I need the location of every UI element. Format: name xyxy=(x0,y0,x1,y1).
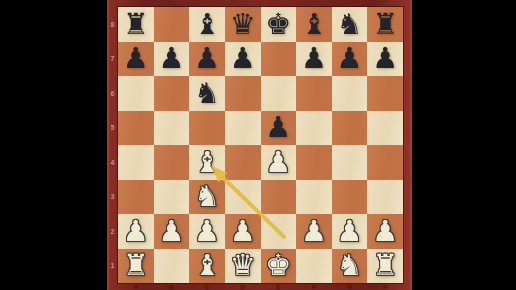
square-a2[interactable]: ♟ xyxy=(118,214,154,249)
black-pawn[interactable]: ♟ xyxy=(123,44,149,73)
square-d1[interactable]: ♛ xyxy=(225,249,261,284)
black-knight[interactable]: ♞ xyxy=(337,10,363,39)
square-d3[interactable] xyxy=(225,180,261,215)
square-a6[interactable] xyxy=(118,76,154,111)
square-d8[interactable]: ♛ xyxy=(225,7,261,42)
square-a1[interactable]: ♜ xyxy=(118,249,154,284)
square-h6[interactable] xyxy=(367,76,403,111)
file-label-e: E xyxy=(261,283,297,290)
file-label-g: G xyxy=(332,283,368,290)
white-bishop[interactable]: ♝ xyxy=(194,251,220,280)
square-e3[interactable] xyxy=(261,180,297,215)
square-a4[interactable] xyxy=(118,145,154,180)
square-f4[interactable] xyxy=(296,145,332,180)
rank-label-2: 2 xyxy=(107,214,118,249)
square-g8[interactable]: ♞ xyxy=(332,7,368,42)
white-pawn[interactable]: ♟ xyxy=(265,148,291,177)
square-f1[interactable] xyxy=(296,249,332,284)
black-pawn[interactable]: ♟ xyxy=(230,44,256,73)
white-bishop[interactable]: ♝ xyxy=(194,148,220,177)
square-c4[interactable]: ♝ xyxy=(189,145,225,180)
square-e1[interactable]: ♚ xyxy=(261,249,297,284)
square-g1[interactable]: ♞ xyxy=(332,249,368,284)
square-h5[interactable] xyxy=(367,111,403,146)
file-label-a: A xyxy=(118,283,154,290)
square-g3[interactable] xyxy=(332,180,368,215)
file-label-h: H xyxy=(367,283,403,290)
letterboxed-stage: 87654321 ABCDEFGH ♜♝♛♚♝♞♜♟♟♟♟♟♟♟♞♟♝♟♞♟♟♟… xyxy=(0,0,516,290)
white-knight[interactable]: ♞ xyxy=(194,182,220,211)
square-a7[interactable]: ♟ xyxy=(118,42,154,77)
rank-labels: 87654321 xyxy=(107,7,118,283)
square-c1[interactable]: ♝ xyxy=(189,249,225,284)
square-g7[interactable]: ♟ xyxy=(332,42,368,77)
square-e8[interactable]: ♚ xyxy=(261,7,297,42)
rank-label-8: 8 xyxy=(107,7,118,42)
black-pawn[interactable]: ♟ xyxy=(337,44,363,73)
square-e7[interactable] xyxy=(261,42,297,77)
square-f6[interactable] xyxy=(296,76,332,111)
black-pawn[interactable]: ♟ xyxy=(301,44,327,73)
square-c7[interactable]: ♟ xyxy=(189,42,225,77)
square-e5[interactable]: ♟ xyxy=(261,111,297,146)
black-queen[interactable]: ♛ xyxy=(230,10,256,39)
rank-label-3: 3 xyxy=(107,180,118,215)
black-knight[interactable]: ♞ xyxy=(194,79,220,108)
square-g2[interactable]: ♟ xyxy=(332,214,368,249)
file-label-b: B xyxy=(154,283,190,290)
white-pawn[interactable]: ♟ xyxy=(372,217,398,246)
white-pawn[interactable]: ♟ xyxy=(123,217,149,246)
white-pawn[interactable]: ♟ xyxy=(158,217,184,246)
square-h3[interactable] xyxy=(367,180,403,215)
square-f7[interactable]: ♟ xyxy=(296,42,332,77)
white-rook[interactable]: ♜ xyxy=(372,251,398,280)
black-pawn[interactable]: ♟ xyxy=(158,44,184,73)
square-b6[interactable] xyxy=(154,76,190,111)
square-a5[interactable] xyxy=(118,111,154,146)
square-h7[interactable]: ♟ xyxy=(367,42,403,77)
white-pawn[interactable]: ♟ xyxy=(301,217,327,246)
white-knight[interactable]: ♞ xyxy=(337,251,363,280)
chess-board-frame: 87654321 ABCDEFGH ♜♝♛♚♝♞♜♟♟♟♟♟♟♟♞♟♝♟♞♟♟♟… xyxy=(107,0,412,290)
square-h8[interactable]: ♜ xyxy=(367,7,403,42)
black-pawn[interactable]: ♟ xyxy=(194,44,220,73)
black-king[interactable]: ♚ xyxy=(265,10,291,39)
square-d5[interactable] xyxy=(225,111,261,146)
rank-label-4: 4 xyxy=(107,145,118,180)
square-c6[interactable]: ♞ xyxy=(189,76,225,111)
square-h2[interactable]: ♟ xyxy=(367,214,403,249)
chess-board: ♜♝♛♚♝♞♜♟♟♟♟♟♟♟♞♟♝♟♞♟♟♟♟♟♟♟♜♝♛♚♞♜ xyxy=(118,7,403,283)
square-f8[interactable]: ♝ xyxy=(296,7,332,42)
white-pawn[interactable]: ♟ xyxy=(337,217,363,246)
square-d4[interactable] xyxy=(225,145,261,180)
square-f5[interactable] xyxy=(296,111,332,146)
file-labels: ABCDEFGH xyxy=(118,283,403,290)
white-queen[interactable]: ♛ xyxy=(230,251,256,280)
black-bishop[interactable]: ♝ xyxy=(194,10,220,39)
rank-label-1: 1 xyxy=(107,249,118,284)
square-e4[interactable]: ♟ xyxy=(261,145,297,180)
white-king[interactable]: ♚ xyxy=(265,251,291,280)
black-rook[interactable]: ♜ xyxy=(372,10,398,39)
file-label-f: F xyxy=(296,283,332,290)
square-c3[interactable]: ♞ xyxy=(189,180,225,215)
rank-label-6: 6 xyxy=(107,76,118,111)
square-h1[interactable]: ♜ xyxy=(367,249,403,284)
square-a8[interactable]: ♜ xyxy=(118,7,154,42)
square-f2[interactable]: ♟ xyxy=(296,214,332,249)
square-b5[interactable] xyxy=(154,111,190,146)
square-b4[interactable] xyxy=(154,145,190,180)
square-c2[interactable]: ♟ xyxy=(189,214,225,249)
square-c8[interactable]: ♝ xyxy=(189,7,225,42)
square-e6[interactable] xyxy=(261,76,297,111)
square-g6[interactable] xyxy=(332,76,368,111)
square-g5[interactable] xyxy=(332,111,368,146)
square-b1[interactable] xyxy=(154,249,190,284)
square-b3[interactable] xyxy=(154,180,190,215)
square-b2[interactable]: ♟ xyxy=(154,214,190,249)
square-b8[interactable] xyxy=(154,7,190,42)
file-label-c: C xyxy=(189,283,225,290)
square-b7[interactable]: ♟ xyxy=(154,42,190,77)
black-pawn[interactable]: ♟ xyxy=(372,44,398,73)
square-d2[interactable]: ♟ xyxy=(225,214,261,249)
square-a3[interactable] xyxy=(118,180,154,215)
square-f3[interactable] xyxy=(296,180,332,215)
white-pawn[interactable]: ♟ xyxy=(194,217,220,246)
rank-label-7: 7 xyxy=(107,42,118,77)
black-rook[interactable]: ♜ xyxy=(123,10,149,39)
square-c5[interactable] xyxy=(189,111,225,146)
white-pawn[interactable]: ♟ xyxy=(230,217,256,246)
square-h4[interactable] xyxy=(367,145,403,180)
rank-label-5: 5 xyxy=(107,111,118,146)
square-d7[interactable]: ♟ xyxy=(225,42,261,77)
square-g4[interactable] xyxy=(332,145,368,180)
black-bishop[interactable]: ♝ xyxy=(301,10,327,39)
square-d6[interactable] xyxy=(225,76,261,111)
file-label-d: D xyxy=(225,283,261,290)
black-pawn[interactable]: ♟ xyxy=(265,113,291,142)
square-e2[interactable] xyxy=(261,214,297,249)
white-rook[interactable]: ♜ xyxy=(123,251,149,280)
